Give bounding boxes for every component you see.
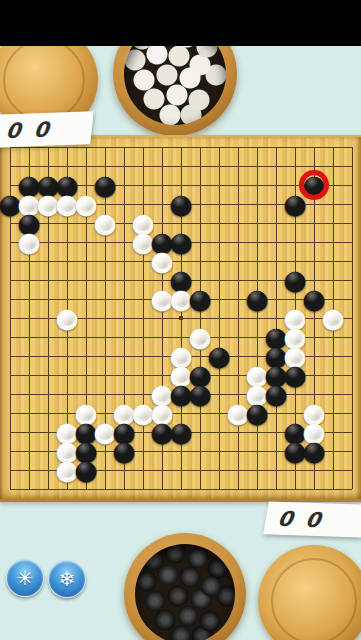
star-point <box>179 429 184 434</box>
go-app-screen: 0 0 ●●●●●●●●●●●●●●●●●●●●●●●●●●●●●●●●●●●●… <box>0 0 361 640</box>
bottom-score-value: 0 0 <box>264 506 326 532</box>
star-point <box>65 429 70 434</box>
star-point <box>293 201 298 206</box>
tool-button-2[interactable]: ❄ <box>48 560 86 598</box>
star-point <box>65 315 70 320</box>
tool-button-1[interactable]: ✳ <box>6 559 44 597</box>
black-stones-bowl <box>124 533 246 640</box>
top-score-card: 0 0 <box>0 111 94 148</box>
star-point <box>293 315 298 320</box>
star-point <box>65 201 70 206</box>
status-bar <box>0 0 361 46</box>
snowflake-icon: ❄ <box>59 569 76 589</box>
go-board[interactable]: ●●●●●●●●●●●●●●●●●●●●●●●●●●●●●●●●●●●●●●●●… <box>0 135 361 502</box>
bottom-score-card: 0 0 <box>263 501 361 537</box>
black-stones-in-bowl <box>135 544 235 640</box>
star-point <box>179 201 184 206</box>
board-grid <box>10 147 352 489</box>
last-move-marker <box>299 170 329 200</box>
flower-asterisk-icon: ✳ <box>17 568 34 588</box>
bowl-lid-bottom <box>258 545 361 640</box>
star-point <box>179 315 184 320</box>
top-score-value: 0 0 <box>0 117 53 143</box>
star-point <box>293 429 298 434</box>
